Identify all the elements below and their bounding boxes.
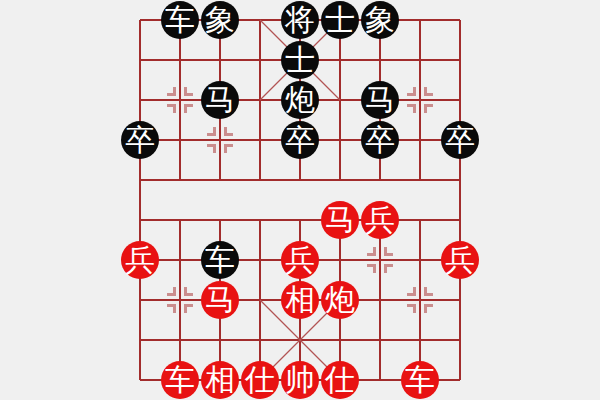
piece-black-chariot[interactable]: 车 bbox=[161, 1, 199, 39]
piece-red-horse[interactable]: 马 bbox=[201, 281, 239, 319]
piece-red-soldier[interactable]: 兵 bbox=[281, 241, 319, 279]
piece-black-general[interactable]: 将 bbox=[281, 1, 319, 39]
piece-black-cannon[interactable]: 炮 bbox=[281, 81, 319, 119]
piece-black-chariot[interactable]: 车 bbox=[201, 241, 239, 279]
piece-red-cannon[interactable]: 炮 bbox=[321, 281, 359, 319]
piece-black-advisor[interactable]: 士 bbox=[281, 41, 319, 79]
piece-black-soldier[interactable]: 卒 bbox=[441, 121, 479, 159]
piece-red-soldier[interactable]: 兵 bbox=[121, 241, 159, 279]
piece-red-chariot[interactable]: 车 bbox=[161, 361, 199, 399]
piece-black-horse[interactable]: 马 bbox=[201, 81, 239, 119]
xiangqi-app: 车象将士象士马炮马卒卒卒卒马兵兵车兵兵马相炮车相仕帅仕车 bbox=[0, 0, 600, 400]
piece-black-elephant[interactable]: 象 bbox=[201, 1, 239, 39]
piece-red-elephant[interactable]: 相 bbox=[201, 361, 239, 399]
piece-black-soldier[interactable]: 卒 bbox=[361, 121, 399, 159]
piece-red-elephant[interactable]: 相 bbox=[281, 281, 319, 319]
piece-black-soldier[interactable]: 卒 bbox=[121, 121, 159, 159]
piece-red-soldier[interactable]: 兵 bbox=[441, 241, 479, 279]
piece-red-general[interactable]: 帅 bbox=[281, 361, 319, 399]
pieces-layer: 车象将士象士马炮马卒卒卒卒马兵兵车兵兵马相炮车相仕帅仕车 bbox=[120, 0, 480, 400]
piece-black-soldier[interactable]: 卒 bbox=[281, 121, 319, 159]
piece-black-advisor[interactable]: 士 bbox=[321, 1, 359, 39]
piece-red-soldier[interactable]: 兵 bbox=[361, 201, 399, 239]
piece-red-advisor[interactable]: 仕 bbox=[241, 361, 279, 399]
piece-red-advisor[interactable]: 仕 bbox=[321, 361, 359, 399]
piece-black-horse[interactable]: 马 bbox=[361, 81, 399, 119]
piece-red-horse[interactable]: 马 bbox=[321, 201, 359, 239]
piece-red-chariot[interactable]: 车 bbox=[401, 361, 439, 399]
piece-black-elephant[interactable]: 象 bbox=[361, 1, 399, 39]
